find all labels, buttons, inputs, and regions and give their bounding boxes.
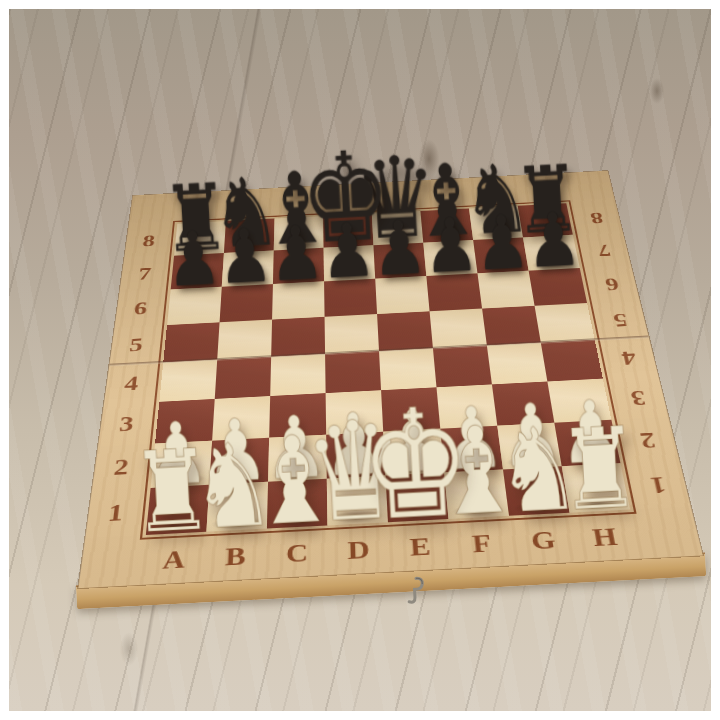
rank-label-left-4: 4 [104, 363, 158, 405]
black-pawn-g7: ♟ [473, 204, 532, 281]
square-f7: ♟ [423, 240, 477, 276]
black-pawn-h7: ♟ [524, 201, 583, 278]
rank-label-left-6: 6 [115, 290, 166, 328]
black-pawn-b7: ♟ [216, 217, 275, 294]
square-h7: ♟ [523, 235, 580, 271]
square-a5 [163, 322, 219, 362]
square-a4 [159, 359, 217, 401]
black-pawn-f7: ♟ [422, 206, 481, 283]
square-h1: ♜ [562, 463, 630, 512]
chess-box-top: 87654321 87654321 ABCDEFGH ♜♞♝♚♛♝♞♜♟♟♟♟♟… [78, 171, 702, 588]
square-d7: ♟ [324, 245, 376, 281]
board-3d: 87654321 87654321 ABCDEFGH ♜♞♝♚♛♝♞♜♟♟♟♟♟… [78, 171, 702, 588]
rank-label-right-4: 4 [600, 337, 659, 378]
black-pawn-d7: ♟ [319, 212, 378, 289]
square-b4 [215, 357, 271, 399]
rank-label-right-5: 5 [592, 300, 649, 339]
white-rook-h1: ♜ [556, 411, 643, 526]
square-b5 [217, 319, 272, 359]
square-a7: ♟ [171, 253, 224, 289]
square-e1: ♚ [386, 473, 449, 523]
rank-label-left-5: 5 [109, 325, 162, 365]
square-c5 [271, 317, 325, 357]
square-b7: ♟ [222, 250, 274, 286]
square-h4 [541, 340, 603, 382]
square-f5 [430, 308, 487, 348]
black-pawn-e7: ♟ [370, 209, 429, 286]
square-c4 [270, 354, 325, 396]
rank-label-right-6: 6 [584, 265, 639, 302]
board-border: ♜♞♝♚♛♝♞♜♟♟♟♟♟♟♟♟♟♟♟♟♟♟♟♟♜♞♝♛♚♝♞♜ [140, 200, 637, 539]
square-g5 [482, 306, 541, 346]
board-grid: ♜♞♝♚♛♝♞♜♟♟♟♟♟♟♟♟♟♟♟♟♟♟♟♟♜♞♝♛♚♝♞♜ [146, 203, 630, 535]
rank-label-right-7: 7 [577, 232, 630, 268]
rank-label-left-7: 7 [120, 256, 170, 292]
white-king-e1: ♚ [357, 386, 475, 541]
square-d5 [325, 314, 379, 354]
square-h5 [535, 303, 595, 343]
product-photo-frame: 87654321 87654321 ABCDEFGH ♜♞♝♚♛♝♞♜♟♟♟♟♟… [0, 0, 720, 720]
clasp-icon [404, 575, 430, 606]
square-c7: ♟ [273, 248, 324, 284]
square-e7: ♟ [373, 243, 426, 279]
chess-set-scene: 87654321 87654321 ABCDEFGH ♜♞♝♚♛♝♞♜♟♟♟♟♟… [0, 0, 720, 720]
square-g7: ♟ [473, 237, 528, 273]
black-pawn-c7: ♟ [267, 214, 326, 291]
square-e5 [377, 311, 433, 351]
square-g4 [487, 343, 548, 385]
black-pawn-a7: ♟ [164, 220, 223, 297]
